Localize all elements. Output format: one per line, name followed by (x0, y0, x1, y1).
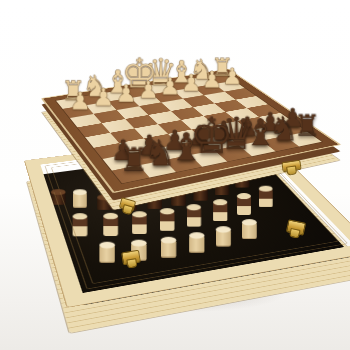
piece-wP-d2: ♟ (159, 75, 180, 98)
piece-wP-g2: ♟ (92, 85, 114, 109)
piece-wP-h2: ♟ (69, 89, 91, 114)
piece-wP-c2: ♟ (180, 72, 201, 95)
piece-wP-a2: ♟ (222, 65, 242, 88)
chess-set-photo: ♜♞♝♚♛♝♞♜♟♟♟♟♟♟♟♟♟♟♟♟♟♟♟♟♜♞♝♚♛♝♞♜ (0, 0, 350, 350)
brass-latch (121, 250, 141, 266)
piece-wP-e2: ♟ (137, 78, 158, 102)
piece-bN-g8: ♞ (144, 136, 176, 172)
piece-wP-b2: ♟ (201, 68, 222, 91)
brass-latch (286, 219, 306, 235)
brass-latch (281, 160, 301, 173)
piece-bR-h8: ♜ (118, 144, 147, 177)
piece-wP-f2: ♟ (115, 82, 136, 106)
